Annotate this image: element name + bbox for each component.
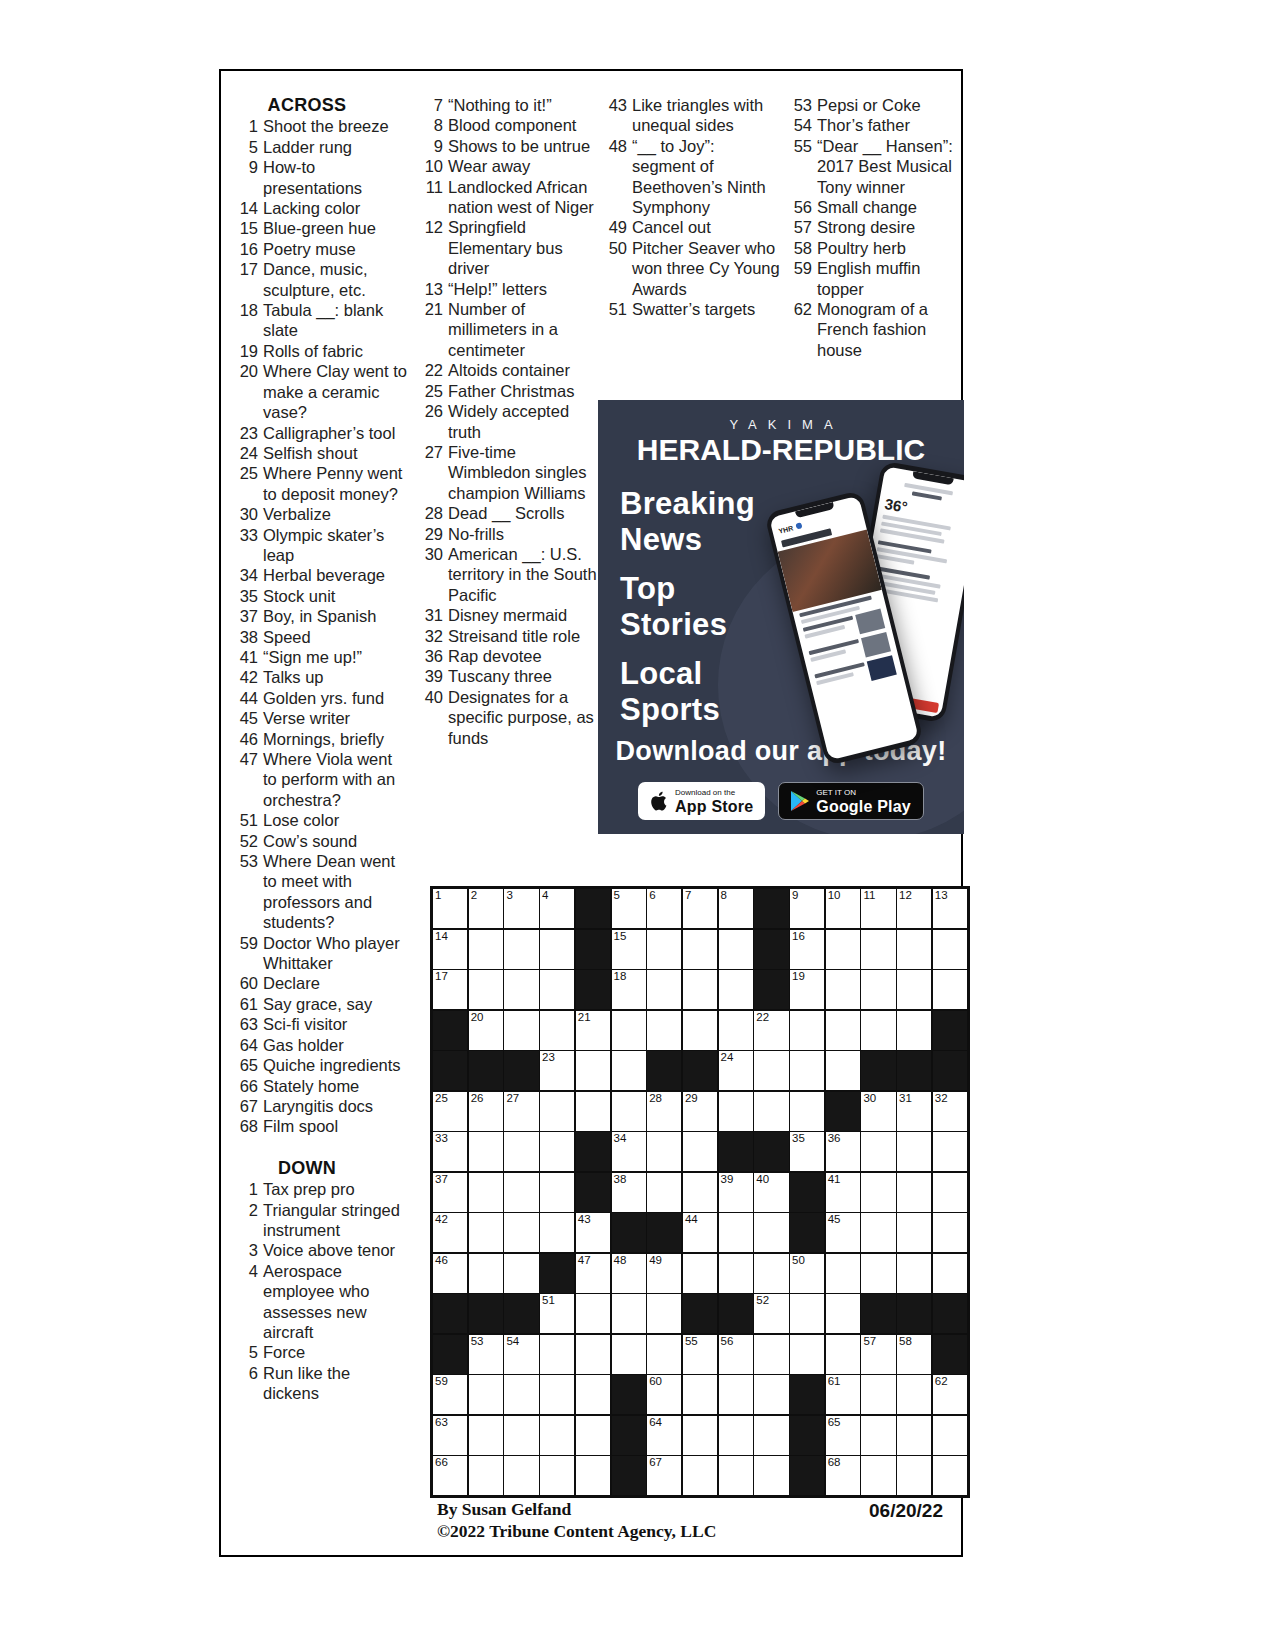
grid-cell-r8c9[interactable]: 39 xyxy=(719,1173,753,1212)
clue-text: “__ to Joy”: segment of Beethoven’s Nint… xyxy=(632,136,781,218)
store-badges: Download on the App Store GET IT ON Goog… xyxy=(598,782,964,820)
cell-number: 42 xyxy=(435,1213,448,1226)
grid-cell-r14c2[interactable] xyxy=(469,1416,503,1455)
grid-cell-r14c4[interactable] xyxy=(540,1416,574,1455)
grid-cell-r5c6[interactable] xyxy=(612,1051,646,1090)
clue-number: 52 xyxy=(232,831,263,851)
clue: 41“Sign me up!” xyxy=(232,647,410,667)
google-play-badge[interactable]: GET IT ON Google Play xyxy=(778,782,924,820)
grid-cell-r7c2[interactable] xyxy=(469,1132,503,1171)
grid-cell-r9c1[interactable]: 42 xyxy=(433,1213,467,1252)
grid-cell-r7c13[interactable] xyxy=(861,1132,895,1171)
clue-text: Cow’s sound xyxy=(263,831,410,851)
grid-cell-r11c13 xyxy=(861,1294,895,1333)
grid-cell-r8c1[interactable]: 37 xyxy=(433,1173,467,1212)
clue: 49Cancel out xyxy=(601,217,781,237)
grid-cell-r5c14 xyxy=(897,1051,931,1090)
grid-cell-r10c2[interactable] xyxy=(469,1254,503,1293)
grid-cell-r6c6[interactable] xyxy=(612,1092,646,1131)
grid-cell-r4c14[interactable] xyxy=(897,1011,931,1050)
clue-text: “Dear __ Hansen”: 2017 Best Musical Tony… xyxy=(817,136,962,197)
clue: 50Pitcher Seaver who won three Cy Young … xyxy=(601,238,781,299)
grid-cell-r12c9[interactable]: 56 xyxy=(719,1335,753,1374)
grid-cell-r4c2[interactable]: 20 xyxy=(469,1011,503,1050)
grid-cell-r14c14[interactable] xyxy=(897,1416,931,1455)
grid-cell-r10c14[interactable] xyxy=(897,1254,931,1293)
grid-cell-r12c14[interactable]: 58 xyxy=(897,1335,931,1374)
grid-cell-r12c8[interactable]: 55 xyxy=(683,1335,717,1374)
cell-number: 43 xyxy=(578,1213,591,1226)
grid-cell-r7c14[interactable] xyxy=(897,1132,931,1171)
grid-cell-r1c3[interactable]: 3 xyxy=(504,889,538,928)
clue-text: Verbalize xyxy=(263,504,410,524)
cell-number: 58 xyxy=(899,1335,912,1348)
grid-cell-r3c8[interactable] xyxy=(683,970,717,1009)
clue: 5Ladder rung xyxy=(232,137,410,157)
grid-cell-r1c12[interactable]: 10 xyxy=(826,889,860,928)
cell-number: 27 xyxy=(506,1092,519,1105)
clue-number: 42 xyxy=(232,667,263,687)
grid-cell-r2c8[interactable] xyxy=(683,930,717,969)
grid-cell-r15c9[interactable] xyxy=(719,1456,753,1495)
clue-text: Sci-fi visitor xyxy=(263,1014,410,1034)
clue-number: 47 xyxy=(232,749,263,810)
clue-text: Landlocked African nation west of Niger xyxy=(448,177,599,218)
grid-cell-r15c7[interactable]: 67 xyxy=(647,1456,681,1495)
cell-number: 18 xyxy=(614,970,627,983)
grid-cell-r2c15[interactable] xyxy=(933,930,967,969)
clue: 64Gas holder xyxy=(232,1035,410,1055)
grid-cell-r15c8[interactable] xyxy=(683,1456,717,1495)
grid-cell-r9c15[interactable] xyxy=(933,1213,967,1252)
grid-cell-r6c13[interactable]: 30 xyxy=(861,1092,895,1131)
clue: 20Where Clay went to make a ceramic vase… xyxy=(232,361,410,422)
clue-text: Run like the dickens xyxy=(263,1363,410,1404)
grid-cell-r6c7[interactable]: 28 xyxy=(647,1092,681,1131)
grid-cell-r9c5[interactable]: 43 xyxy=(576,1213,610,1252)
grid-cell-r2c6[interactable]: 15 xyxy=(612,930,646,969)
grid-cell-r3c2[interactable] xyxy=(469,970,503,1009)
grid-cell-r1c2[interactable]: 2 xyxy=(469,889,503,928)
grid-cell-r6c2[interactable]: 26 xyxy=(469,1092,503,1131)
clue-text: “Help!” letters xyxy=(448,279,599,299)
clue-text: Voice above tenor xyxy=(263,1240,410,1260)
grid-cell-r11c12[interactable] xyxy=(826,1294,860,1333)
grid-cell-r10c15[interactable] xyxy=(933,1254,967,1293)
grid-cell-r5c12[interactable] xyxy=(826,1051,860,1090)
clue-text: Triangular stringed instrument xyxy=(263,1200,410,1241)
clue-text: Where Penny went to deposit money? xyxy=(263,463,410,504)
clue: 56Small change xyxy=(786,197,962,217)
clue: 35Stock unit xyxy=(232,586,410,606)
clue-number: 26 xyxy=(417,401,448,442)
clue-number: 59 xyxy=(786,258,817,299)
grid-cell-r8c14[interactable] xyxy=(897,1173,931,1212)
grid-cell-r2c4[interactable] xyxy=(540,930,574,969)
grid-cell-r1c1[interactable]: 1 xyxy=(433,889,467,928)
grid-cell-r4c6[interactable] xyxy=(612,1011,646,1050)
grid-cell-r12c10[interactable] xyxy=(754,1335,788,1374)
clue-number: 9 xyxy=(417,136,448,156)
grid-cell-r11c4[interactable]: 51 xyxy=(540,1294,574,1333)
clue-number: 1 xyxy=(232,116,263,136)
grid-cell-r1c14[interactable]: 12 xyxy=(897,889,931,928)
grid-cell-r11c7[interactable] xyxy=(647,1294,681,1333)
grid-cell-r6c8[interactable]: 29 xyxy=(683,1092,717,1131)
grid-cell-r10c7[interactable]: 49 xyxy=(647,1254,681,1293)
clue: 62Monogram of a French fashion house xyxy=(786,299,962,360)
grid-cell-r1c11[interactable]: 9 xyxy=(790,889,824,928)
grid-cell-r2c3[interactable] xyxy=(504,930,538,969)
grid-cell-r9c3[interactable] xyxy=(504,1213,538,1252)
grid-cell-r4c9[interactable] xyxy=(719,1011,753,1050)
grid-cell-r15c4[interactable] xyxy=(540,1456,574,1495)
grid-cell-r3c1[interactable]: 17 xyxy=(433,970,467,1009)
grid-cell-r8c8[interactable] xyxy=(683,1173,717,1212)
cell-number: 24 xyxy=(721,1051,734,1064)
grid-cell-r13c13[interactable] xyxy=(861,1375,895,1414)
grid-cell-r10c13[interactable] xyxy=(861,1254,895,1293)
grid-cell-r4c10[interactable]: 22 xyxy=(754,1011,788,1050)
clue-text: Olympic skater’s leap xyxy=(263,525,410,566)
grid-cell-r7c8[interactable] xyxy=(683,1132,717,1171)
grid-cell-r5c3 xyxy=(504,1051,538,1090)
clue: 13“Help!” letters xyxy=(417,279,599,299)
cell-number: 3 xyxy=(506,889,512,902)
cell-number: 62 xyxy=(935,1375,948,1388)
grid-cell-r2c12[interactable] xyxy=(826,930,860,969)
grid-cell-r6c10[interactable] xyxy=(754,1092,788,1131)
grid-cell-r12c7[interactable] xyxy=(647,1335,681,1374)
app-store-badge[interactable]: Download on the App Store xyxy=(638,782,765,820)
grid-cell-r6c3[interactable]: 27 xyxy=(504,1092,538,1131)
grid-cell-r3c4[interactable] xyxy=(540,970,574,1009)
grid-cell-r2c14[interactable] xyxy=(897,930,931,969)
grid-cell-r2c2[interactable] xyxy=(469,930,503,969)
clue-text: Pitcher Seaver who won three Cy Young Aw… xyxy=(632,238,781,299)
clue-number: 48 xyxy=(601,136,632,218)
grid-cell-r12c13[interactable]: 57 xyxy=(861,1335,895,1374)
grid-cell-r6c4[interactable] xyxy=(540,1092,574,1131)
clue-text: Selfish shout xyxy=(263,443,410,463)
grid-cell-r2c7[interactable] xyxy=(647,930,681,969)
clue: 63Sci-fi visitor xyxy=(232,1014,410,1034)
grid-cell-r13c10[interactable] xyxy=(754,1375,788,1414)
grid-cell-r6c11[interactable] xyxy=(790,1092,824,1131)
grid-cell-r14c9[interactable] xyxy=(719,1416,753,1455)
grid-cell-r4c1 xyxy=(433,1011,467,1050)
clue: 60Declare xyxy=(232,973,410,993)
grid-cell-r14c13[interactable] xyxy=(861,1416,895,1455)
grid-cell-r15c3[interactable] xyxy=(504,1456,538,1495)
clue-text: Number of millimeters in a centimeter xyxy=(448,299,599,360)
grid-cell-r2c13[interactable] xyxy=(861,930,895,969)
grid-cell-r8c2[interactable] xyxy=(469,1173,503,1212)
grid-cell-r1c13[interactable]: 11 xyxy=(861,889,895,928)
cell-number: 52 xyxy=(756,1294,769,1307)
grid-cell-r7c10 xyxy=(754,1132,788,1171)
grid-cell-r6c5[interactable] xyxy=(576,1092,610,1131)
grid-cell-r5c9[interactable]: 24 xyxy=(719,1051,753,1090)
clue-text: Laryngitis docs xyxy=(263,1096,410,1116)
grid-cell-r3c14[interactable] xyxy=(897,970,931,1009)
grid-cell-r4c11[interactable] xyxy=(790,1011,824,1050)
cell-number: 8 xyxy=(721,889,727,902)
grid-cell-r8c10[interactable]: 40 xyxy=(754,1173,788,1212)
grid-cell-r6c14[interactable]: 31 xyxy=(897,1092,931,1131)
grid-cell-r13c9[interactable] xyxy=(719,1375,753,1414)
grid-cell-r4c7[interactable] xyxy=(647,1011,681,1050)
grid-cell-r8c11 xyxy=(790,1173,824,1212)
cell-number: 45 xyxy=(828,1213,841,1226)
clue: 37Boy, in Spanish xyxy=(232,606,410,626)
cell-number: 35 xyxy=(792,1132,805,1145)
grid-cell-r1c7[interactable]: 6 xyxy=(647,889,681,928)
clue-number: 46 xyxy=(232,729,263,749)
grid-cell-r1c8[interactable]: 7 xyxy=(683,889,717,928)
grid-cell-r7c1[interactable]: 33 xyxy=(433,1132,467,1171)
grid-cell-r9c6 xyxy=(612,1213,646,1252)
grid-cell-r10c6[interactable]: 48 xyxy=(612,1254,646,1293)
grid-cell-r4c4[interactable] xyxy=(540,1011,574,1050)
grid-cell-r8c13[interactable] xyxy=(861,1173,895,1212)
clue: 2Triangular stringed instrument xyxy=(232,1200,410,1241)
clue-number: 35 xyxy=(232,586,263,606)
grid-cell-r7c15[interactable] xyxy=(933,1132,967,1171)
grid-cell-r10c9[interactable] xyxy=(719,1254,753,1293)
grid-cell-r1c15[interactable]: 13 xyxy=(933,889,967,928)
grid-cell-r3c12[interactable] xyxy=(826,970,860,1009)
grid-cell-r7c12[interactable]: 36 xyxy=(826,1132,860,1171)
clue-text: Calligrapher’s tool xyxy=(263,423,410,443)
grid-cell-r8c6[interactable]: 38 xyxy=(612,1173,646,1212)
grid-cell-r13c5[interactable] xyxy=(576,1375,610,1414)
clue-text: How-to presentations xyxy=(263,157,410,198)
grid-cell-r6c1[interactable]: 25 xyxy=(433,1092,467,1131)
grid-cell-r10c3[interactable] xyxy=(504,1254,538,1293)
clue-text: Aerospace employee who assesses new airc… xyxy=(263,1261,410,1343)
clue: 54Thor’s father xyxy=(786,115,962,135)
grid-cell-r11c6[interactable] xyxy=(612,1294,646,1333)
grid-cell-r14c7[interactable]: 64 xyxy=(647,1416,681,1455)
grid-cell-r9c2[interactable] xyxy=(469,1213,503,1252)
clue: 47Where Viola went to perform with an or… xyxy=(232,749,410,810)
grid-cell-r10c10[interactable] xyxy=(754,1254,788,1293)
grid-cell-r2c1[interactable]: 14 xyxy=(433,930,467,969)
clue-number: 5 xyxy=(232,137,263,157)
grid-cell-r4c3[interactable] xyxy=(504,1011,538,1050)
grid-cell-r5c4[interactable]: 23 xyxy=(540,1051,574,1090)
grid-cell-r13c4[interactable] xyxy=(540,1375,574,1414)
grid-cell-r9c13[interactable] xyxy=(861,1213,895,1252)
clue-number: 15 xyxy=(232,218,263,238)
grid-cell-r15c15[interactable] xyxy=(933,1456,967,1495)
cell-number: 5 xyxy=(614,889,620,902)
clue-number: 2 xyxy=(232,1200,263,1241)
grid-cell-r3c13[interactable] xyxy=(861,970,895,1009)
clue-number: 63 xyxy=(232,1014,263,1034)
grid-cell-r14c8[interactable] xyxy=(683,1416,717,1455)
clue-number: 11 xyxy=(417,177,448,218)
grid-cell-r1c6[interactable]: 5 xyxy=(612,889,646,928)
grid-cell-r7c7[interactable] xyxy=(647,1132,681,1171)
clue-text: Dance, music, sculpture, etc. xyxy=(263,259,410,300)
grid-cell-r9c4[interactable] xyxy=(540,1213,574,1252)
clue-number: 3 xyxy=(232,1240,263,1260)
grid-cell-r13c8[interactable] xyxy=(683,1375,717,1414)
clue-text: Shoot the breeze xyxy=(263,116,410,136)
grid-cell-r12c11[interactable] xyxy=(790,1335,824,1374)
clue-text: Gas holder xyxy=(263,1035,410,1055)
grid-cell-r15c13[interactable] xyxy=(861,1456,895,1495)
clue-number: 8 xyxy=(417,115,448,135)
clue-text: Small change xyxy=(817,197,962,217)
clue-number: 40 xyxy=(417,687,448,748)
grid-cell-r6c9[interactable] xyxy=(719,1092,753,1131)
grid-cell-r7c11[interactable]: 35 xyxy=(790,1132,824,1171)
grid-cell-r15c1[interactable]: 66 xyxy=(433,1456,467,1495)
grid-cell-r9c9[interactable] xyxy=(719,1213,753,1252)
grid-cell-r13c1[interactable]: 59 xyxy=(433,1375,467,1414)
grid-cell-r15c5[interactable] xyxy=(576,1456,610,1495)
grid-cell-r13c3[interactable] xyxy=(504,1375,538,1414)
clue-text: Golden yrs. fund xyxy=(263,688,410,708)
grid-cell-r11c2 xyxy=(469,1294,503,1333)
clue: 4Aerospace employee who assesses new air… xyxy=(232,1261,410,1343)
grid-cell-r11c10[interactable]: 52 xyxy=(754,1294,788,1333)
grid-cell-r15c12[interactable]: 68 xyxy=(826,1456,860,1495)
grid-cell-r11c5[interactable] xyxy=(576,1294,610,1333)
grid-cell-r3c5 xyxy=(576,970,610,1009)
grid-cell-r4c8[interactable] xyxy=(683,1011,717,1050)
grid-cell-r7c9 xyxy=(719,1132,753,1171)
grid-cell-r3c11[interactable]: 19 xyxy=(790,970,824,1009)
cell-number: 48 xyxy=(614,1254,627,1267)
grid-cell-r15c2[interactable] xyxy=(469,1456,503,1495)
clue-number: 4 xyxy=(232,1261,263,1343)
grid-cell-r10c11[interactable]: 50 xyxy=(790,1254,824,1293)
clue: 39Tuscany three xyxy=(417,666,599,686)
cell-number: 68 xyxy=(828,1456,841,1469)
grid-cell-r12c2[interactable]: 53 xyxy=(469,1335,503,1374)
clue-number: 24 xyxy=(232,443,263,463)
grid-cell-r14c3[interactable] xyxy=(504,1416,538,1455)
grid-cell-r15c10[interactable] xyxy=(754,1456,788,1495)
cell-number: 22 xyxy=(756,1011,769,1024)
clue-number: 25 xyxy=(232,463,263,504)
grid-cell-r8c7[interactable] xyxy=(647,1173,681,1212)
grid-cell-r5c10[interactable] xyxy=(754,1051,788,1090)
grid-cell-r3c7[interactable] xyxy=(647,970,681,1009)
grid-cell-r14c1[interactable]: 63 xyxy=(433,1416,467,1455)
grid-cell-r10c1[interactable]: 46 xyxy=(433,1254,467,1293)
grid-cell-r13c7[interactable]: 60 xyxy=(647,1375,681,1414)
grid-cell-r4c5[interactable]: 21 xyxy=(576,1011,610,1050)
clue-text: Speed xyxy=(263,627,410,647)
cell-number: 32 xyxy=(935,1092,948,1105)
clue: 25Where Penny went to deposit money? xyxy=(232,463,410,504)
grid-cell-r13c2[interactable] xyxy=(469,1375,503,1414)
grid-cell-r14c10[interactable] xyxy=(754,1416,788,1455)
app-ad: YAKIMA HERALD-REPUBLIC Breaking News Top… xyxy=(598,400,964,834)
clue-number: 45 xyxy=(232,708,263,728)
grid-cell-r9c10[interactable] xyxy=(754,1213,788,1252)
grid-cell-r14c5[interactable] xyxy=(576,1416,610,1455)
grid-cell-r12c12[interactable] xyxy=(826,1335,860,1374)
grid-cell-r3c3[interactable] xyxy=(504,970,538,1009)
cell-number: 30 xyxy=(863,1092,876,1105)
grid-cell-r7c4[interactable] xyxy=(540,1132,574,1171)
clue-text: Blood component xyxy=(448,115,599,135)
clue-number: 14 xyxy=(232,198,263,218)
grid-cell-r13c15[interactable]: 62 xyxy=(933,1375,967,1414)
grid-cell-r3c6[interactable]: 18 xyxy=(612,970,646,1009)
grid-cell-r14c15[interactable] xyxy=(933,1416,967,1455)
grid-cell-r4c13[interactable] xyxy=(861,1011,895,1050)
cell-number: 61 xyxy=(828,1375,841,1388)
grid-cell-r10c5[interactable]: 47 xyxy=(576,1254,610,1293)
cell-number: 36 xyxy=(828,1132,841,1145)
grid-cell-r5c5[interactable] xyxy=(576,1051,610,1090)
grid-cell-r6c15[interactable]: 32 xyxy=(933,1092,967,1131)
grid-cell-r8c3[interactable] xyxy=(504,1173,538,1212)
clue-text: Thor’s father xyxy=(817,115,962,135)
cell-number: 47 xyxy=(578,1254,591,1267)
clue-text: Springfield Elementary bus driver xyxy=(448,217,599,278)
clue: 53Where Dean went to meet with professor… xyxy=(232,851,410,933)
grid-cell-r1c9[interactable]: 8 xyxy=(719,889,753,928)
grid-cell-r13c12[interactable]: 61 xyxy=(826,1375,860,1414)
ad-kicker: YAKIMA xyxy=(598,417,964,432)
cell-number: 56 xyxy=(721,1335,734,1348)
grid-cell-r11c9 xyxy=(719,1294,753,1333)
grid-cell-r14c12[interactable]: 65 xyxy=(826,1416,860,1455)
grid-cell-r14c6 xyxy=(612,1416,646,1455)
grid-cell-r9c12[interactable]: 45 xyxy=(826,1213,860,1252)
grid-cell-r8c4[interactable] xyxy=(540,1173,574,1212)
grid-cell-r3c15[interactable] xyxy=(933,970,967,1009)
grid-cell-r2c9[interactable] xyxy=(719,930,753,969)
grid-cell-r13c6 xyxy=(612,1375,646,1414)
grid-cell-r9c8[interactable]: 44 xyxy=(683,1213,717,1252)
clue-number: 16 xyxy=(232,239,263,259)
grid-cell-r8c12[interactable]: 41 xyxy=(826,1173,860,1212)
grid-cell-r7c6[interactable]: 34 xyxy=(612,1132,646,1171)
grid-cell-r1c4[interactable]: 4 xyxy=(540,889,574,928)
clue-number: 12 xyxy=(417,217,448,278)
grid-cell-r12c4[interactable] xyxy=(540,1335,574,1374)
grid-cell-r11c11[interactable] xyxy=(790,1294,824,1333)
grid-cell-r10c8[interactable] xyxy=(683,1254,717,1293)
grid-cell-r15c14[interactable] xyxy=(897,1456,931,1495)
grid-cell-r12c5[interactable] xyxy=(576,1335,610,1374)
grid-cell-r3c9[interactable] xyxy=(719,970,753,1009)
grid-cell-r7c3[interactable] xyxy=(504,1132,538,1171)
clue-text: Poetry muse xyxy=(263,239,410,259)
grid-cell-r4c12[interactable] xyxy=(826,1011,860,1050)
grid-cell-r9c7 xyxy=(647,1213,681,1252)
grid-cell-r12c3[interactable]: 54 xyxy=(504,1335,538,1374)
clue: 5Force xyxy=(232,1342,410,1362)
grid-cell-r2c11[interactable]: 16 xyxy=(790,930,824,969)
grid-cell-r9c14[interactable] xyxy=(897,1213,931,1252)
grid-cell-r5c11[interactable] xyxy=(790,1051,824,1090)
grid-cell-r8c15[interactable] xyxy=(933,1173,967,1212)
grid-cell-r13c14[interactable] xyxy=(897,1375,931,1414)
grid-cell-r12c6[interactable] xyxy=(612,1335,646,1374)
grid-cell-r10c12[interactable] xyxy=(826,1254,860,1293)
clue-number: 56 xyxy=(786,197,817,217)
